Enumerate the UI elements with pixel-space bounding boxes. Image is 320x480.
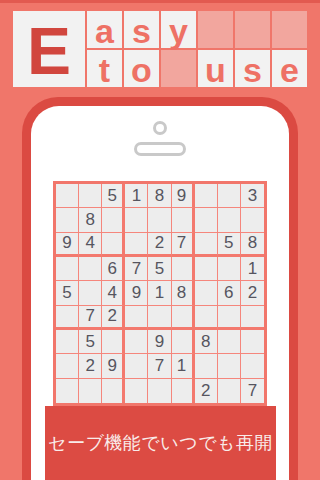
phone-mockup: 5189389427586751549186272598297127 セーブ機能… [31,106,289,480]
header-tile-letter: s [235,50,270,87]
sudoku-cell[interactable] [195,354,218,378]
sudoku-cell[interactable] [195,306,218,330]
sudoku-cell[interactable] [218,354,241,378]
sudoku-cell[interactable]: 9 [56,233,79,257]
header-tile-blank [272,11,307,48]
sudoku-cell[interactable] [102,208,125,232]
header-tile-letter: e [272,50,307,87]
sudoku-cell[interactable]: 7 [79,306,102,330]
sudoku-cell[interactable] [241,354,264,378]
sudoku-cell[interactable] [79,257,102,281]
sudoku-cell[interactable]: 7 [148,354,171,378]
sudoku-cell[interactable]: 9 [172,184,195,208]
sudoku-cell[interactable] [218,330,241,354]
header-tile-letter: s [124,11,159,48]
sudoku-cell[interactable]: 2 [79,354,102,378]
sudoku-cell[interactable] [79,379,102,403]
sudoku-cell[interactable] [172,208,195,232]
sudoku-cell[interactable]: 1 [172,354,195,378]
sudoku-cell[interactable] [125,233,148,257]
sudoku-cell[interactable]: 8 [172,281,195,305]
sudoku-cell[interactable] [195,257,218,281]
sudoku-cell[interactable]: 4 [79,233,102,257]
sudoku-cell[interactable] [218,306,241,330]
sudoku-cell[interactable] [195,233,218,257]
sudoku-cell[interactable]: 2 [148,233,171,257]
sudoku-cell[interactable]: 5 [102,184,125,208]
sudoku-cell[interactable] [125,330,148,354]
sudoku-cell[interactable]: 7 [241,379,264,403]
sudoku-cell[interactable]: 9 [148,330,171,354]
sudoku-cell[interactable]: 5 [56,281,79,305]
sudoku-cell[interactable] [172,330,195,354]
sudoku-cell[interactable] [218,379,241,403]
sudoku-cell[interactable]: 1 [125,184,148,208]
sudoku-cell[interactable] [102,379,125,403]
sudoku-cell[interactable]: 7 [125,257,148,281]
sudoku-cell[interactable] [56,330,79,354]
sudoku-cell[interactable] [125,379,148,403]
sudoku-cell[interactable] [79,281,102,305]
speaker-icon [134,142,186,156]
sudoku-cell[interactable] [102,330,125,354]
sudoku-cell[interactable] [195,281,218,305]
sudoku-cell[interactable] [241,306,264,330]
sudoku-cell[interactable]: 2 [241,281,264,305]
sudoku-cell[interactable] [195,184,218,208]
sudoku-cell[interactable]: 8 [148,184,171,208]
sudoku-grid: 5189389427586751549186272598297127 [53,181,267,406]
sudoku-cell[interactable] [79,184,102,208]
sudoku-cell[interactable]: 8 [79,208,102,232]
sudoku-cell[interactable]: 7 [172,233,195,257]
sudoku-cell[interactable] [148,306,171,330]
sudoku-cell[interactable] [56,257,79,281]
sudoku-cell[interactable]: 6 [218,281,241,305]
sudoku-cell[interactable]: 5 [148,257,171,281]
header-tile-blank [235,11,270,48]
sudoku-cell[interactable] [148,379,171,403]
sudoku-cell[interactable] [56,306,79,330]
phone-backdrop: 5189389427586751549186272598297127 セーブ機能… [22,97,298,480]
sudoku-cell[interactable] [148,208,171,232]
sudoku-cell[interactable]: 9 [102,354,125,378]
sudoku-cell[interactable]: 3 [241,184,264,208]
header-tiles: Easytouse [13,11,307,87]
sudoku-cell[interactable]: 5 [79,330,102,354]
sudoku-cell[interactable] [56,379,79,403]
sudoku-cell[interactable] [218,257,241,281]
sudoku-cell[interactable] [218,184,241,208]
sudoku-cell[interactable]: 2 [195,379,218,403]
sudoku-cell[interactable]: 8 [195,330,218,354]
header-tile-letter: o [124,50,159,87]
sudoku-cell[interactable] [218,208,241,232]
sudoku-cell[interactable]: 2 [102,306,125,330]
sudoku-cell[interactable] [56,208,79,232]
header-tile-letter: E [13,11,85,87]
sudoku-cell[interactable] [172,257,195,281]
sudoku-cell[interactable] [172,379,195,403]
sudoku-cell[interactable] [125,208,148,232]
sudoku-cell[interactable] [56,184,79,208]
banner-caption: セーブ機能でいつでも再開 [48,431,273,455]
sudoku-cell[interactable] [102,233,125,257]
sudoku-cell[interactable] [195,208,218,232]
header-tile-letter: t [87,50,122,87]
header-tile-blank [161,50,196,87]
sudoku-cell[interactable] [125,306,148,330]
sudoku-cell[interactable]: 6 [102,257,125,281]
sudoku-cell[interactable]: 1 [241,257,264,281]
sudoku-cell[interactable]: 1 [148,281,171,305]
header-tile-letter: a [87,11,122,48]
header-tile-blank [198,11,233,48]
bottom-banner: セーブ機能でいつでも再開 [45,406,276,480]
header-tile-letter: u [198,50,233,87]
sudoku-cell[interactable]: 8 [241,233,264,257]
top-accent-strip [0,0,320,3]
sudoku-cell[interactable] [241,330,264,354]
header-tile-letter: y [161,11,196,48]
camera-icon [153,121,167,135]
sudoku-cell[interactable] [241,208,264,232]
sudoku-cell[interactable] [56,354,79,378]
sudoku-cell[interactable] [125,354,148,378]
sudoku-cell[interactable] [172,306,195,330]
sudoku-cell[interactable]: 4 [102,281,125,305]
sudoku-cell[interactable]: 9 [125,281,148,305]
sudoku-cell[interactable]: 5 [218,233,241,257]
